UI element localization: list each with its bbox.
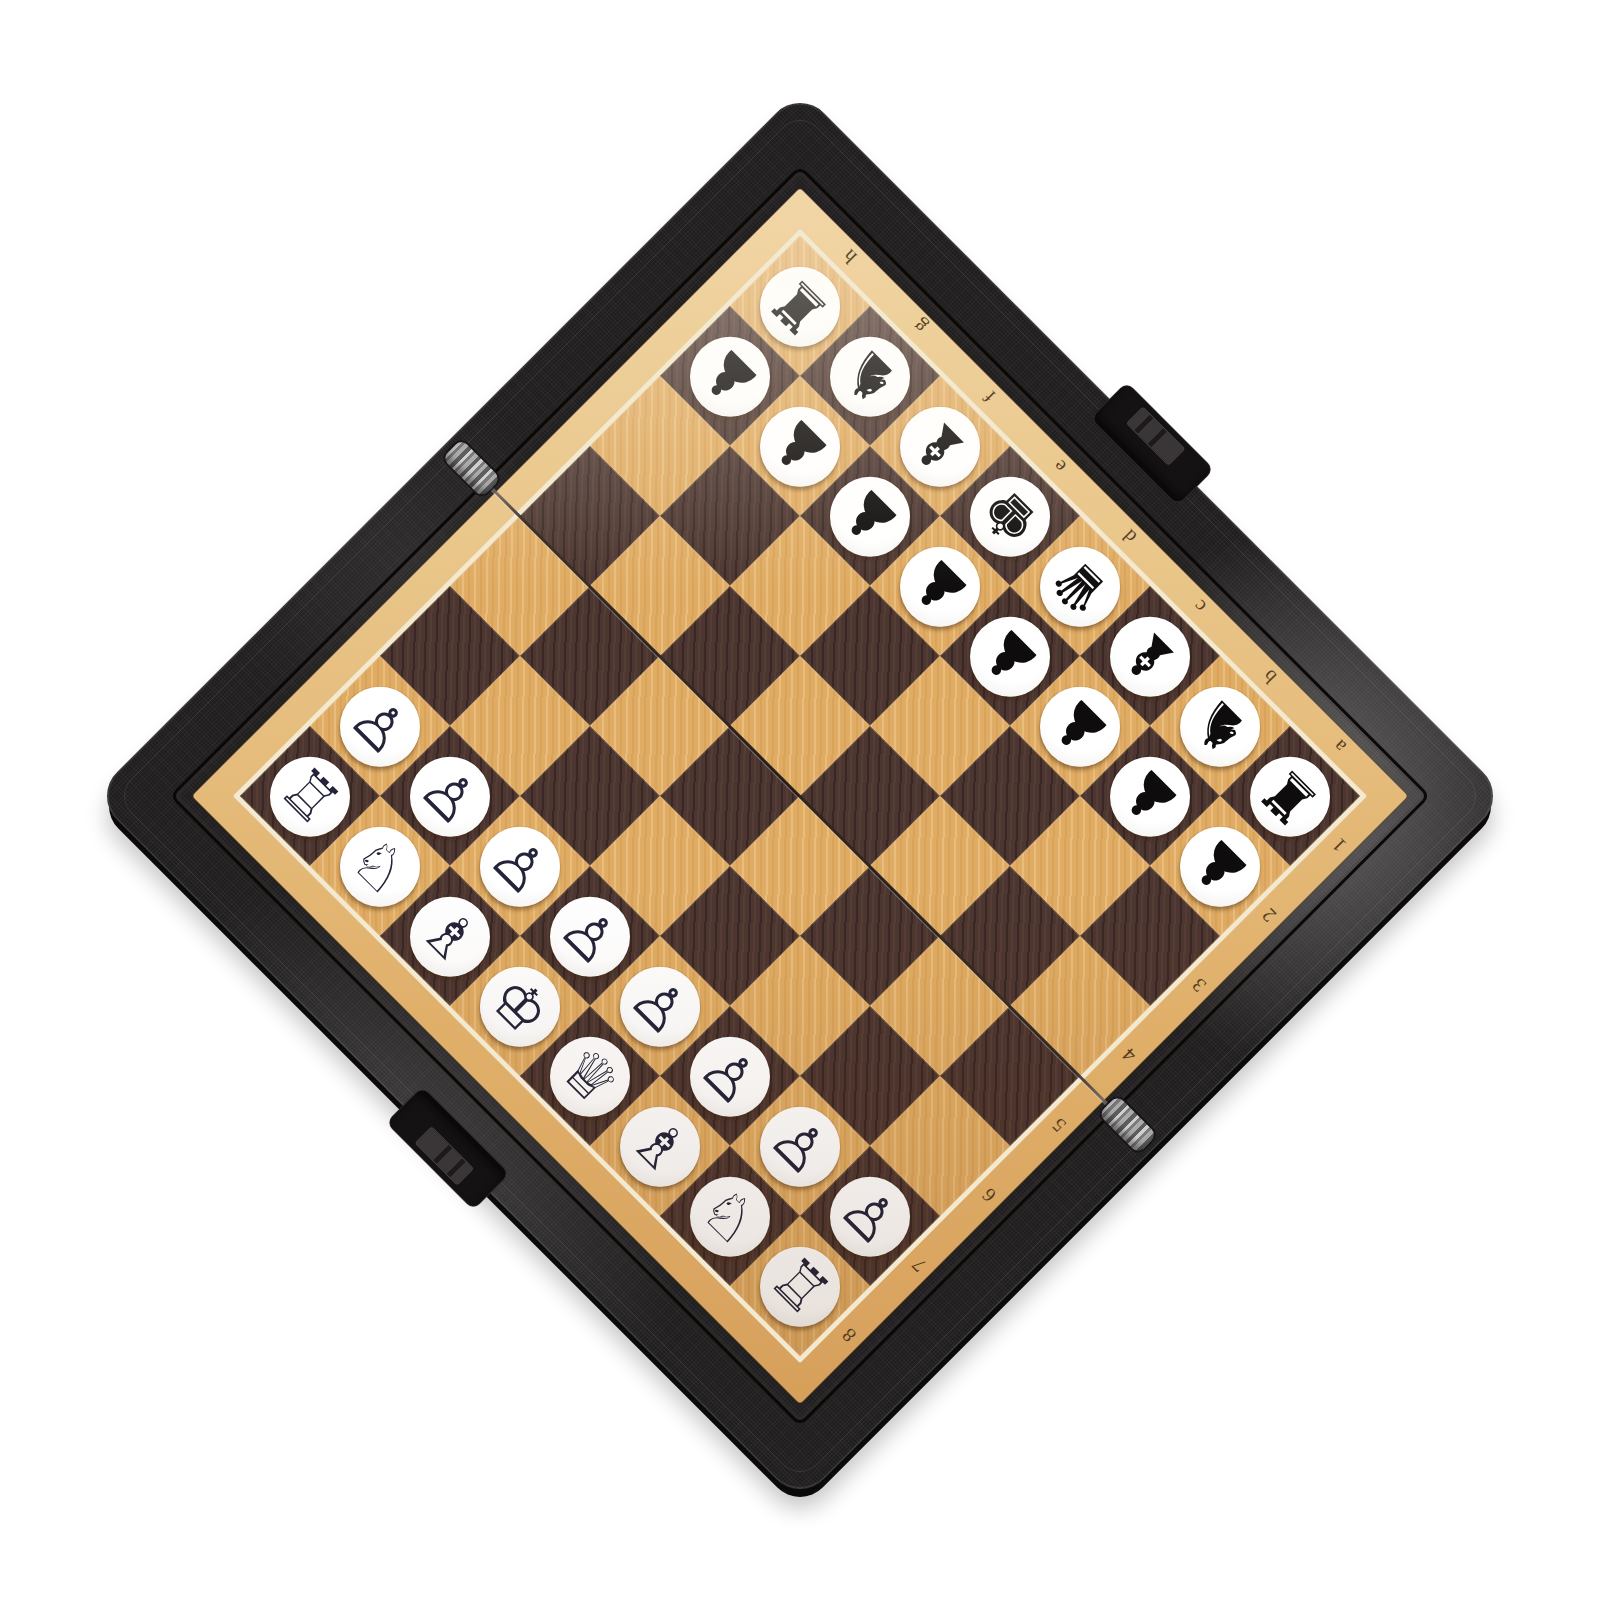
black-rook-glyph: ♜ (759, 266, 839, 346)
white-pawn-glyph: ♙ (340, 685, 420, 765)
white-bishop-glyph: ♗ (620, 1105, 700, 1185)
white-pawn-glyph: ♙ (410, 755, 490, 835)
white-pawn-glyph: ♙ (550, 895, 630, 975)
black-pawn-glyph: ♟ (1179, 826, 1259, 906)
board-frame: hgfedcba 12345678 ♜♞♝♚♛♝♞♜♟♟♟♟♟♟♟♟♙♙♙♙♙♙… (192, 188, 1408, 1404)
case-latch-tab-top (1091, 383, 1213, 505)
black-pawn-glyph: ♟ (969, 616, 1049, 696)
chess-wallet-case: hgfedcba 12345678 ♜♞♝♚♛♝♞♜♟♟♟♟♟♟♟♟♙♙♙♙♙♙… (93, 89, 1507, 1503)
white-pawn-glyph: ♙ (830, 1175, 910, 1255)
black-pawn-glyph: ♟ (899, 546, 979, 626)
white-bishop-glyph: ♗ (410, 895, 490, 975)
case-latch-tab-bottom (387, 1087, 509, 1209)
black-pawn-glyph: ♟ (689, 336, 769, 416)
white-pawn-glyph: ♙ (620, 965, 700, 1045)
black-queen-glyph: ♛ (1039, 546, 1119, 626)
white-knight-glyph: ♘ (690, 1175, 770, 1255)
white-rook-glyph: ♖ (270, 755, 350, 835)
black-pawn-glyph: ♟ (1109, 756, 1189, 836)
white-queen-glyph: ♕ (550, 1035, 630, 1115)
white-pawn-glyph: ♙ (760, 1105, 840, 1185)
white-pawn-glyph: ♙ (480, 825, 560, 905)
hinge-pin-right (1098, 1095, 1157, 1154)
photo-stage: hgfedcba 12345678 ♜♞♝♚♛♝♞♜♟♟♟♟♟♟♟♟♙♙♙♙♙♙… (0, 0, 1601, 1601)
white-rook-glyph: ♖ (760, 1245, 840, 1325)
white-pawn-glyph: ♙ (690, 1035, 770, 1115)
white-king-glyph: ♔ (480, 965, 560, 1045)
black-knight-glyph: ♞ (829, 336, 909, 416)
black-bishop-glyph: ♝ (1109, 616, 1189, 696)
black-pawn-glyph: ♟ (759, 406, 839, 486)
black-pawn-glyph: ♟ (829, 476, 909, 556)
black-bishop-glyph: ♝ (899, 406, 979, 486)
black-pawn-glyph: ♟ (1039, 686, 1119, 766)
black-king-glyph: ♚ (969, 476, 1049, 556)
black-knight-glyph: ♞ (1179, 686, 1259, 766)
white-knight-glyph: ♘ (340, 825, 420, 905)
black-rook-glyph: ♜ (1249, 756, 1329, 836)
